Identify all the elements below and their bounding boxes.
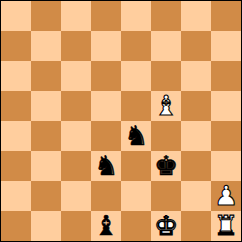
chess-board: ♝♞♞♚♟♝♚♜ (1, 1, 241, 241)
white-king-piece[interactable]: ♚ (154, 211, 178, 241)
square-d7[interactable] (91, 31, 121, 61)
square-a6[interactable] (1, 61, 31, 91)
chess-board-frame: ♝♞♞♚♟♝♚♜ (0, 0, 242, 242)
square-e8[interactable] (121, 1, 151, 31)
square-g3[interactable] (181, 151, 211, 181)
square-g8[interactable] (181, 1, 211, 31)
square-b5[interactable] (31, 91, 61, 121)
square-d6[interactable] (91, 61, 121, 91)
square-c1[interactable] (61, 211, 91, 241)
black-knight-piece[interactable]: ♞ (94, 151, 118, 181)
square-g2[interactable] (181, 181, 211, 211)
square-a5[interactable] (1, 91, 31, 121)
square-f1[interactable]: ♚ (151, 211, 181, 241)
square-h5[interactable] (211, 91, 241, 121)
black-king-piece[interactable]: ♚ (154, 151, 178, 181)
white-pawn-piece[interactable]: ♟ (214, 181, 238, 211)
square-b6[interactable] (31, 61, 61, 91)
square-e1[interactable] (121, 211, 151, 241)
square-d1[interactable]: ♝ (91, 211, 121, 241)
square-h6[interactable] (211, 61, 241, 91)
square-c7[interactable] (61, 31, 91, 61)
square-g4[interactable] (181, 121, 211, 151)
square-c8[interactable] (61, 1, 91, 31)
square-a1[interactable] (1, 211, 31, 241)
square-b2[interactable] (31, 181, 61, 211)
square-g7[interactable] (181, 31, 211, 61)
square-f2[interactable] (151, 181, 181, 211)
square-a2[interactable] (1, 181, 31, 211)
square-e4[interactable]: ♞ (121, 121, 151, 151)
square-a7[interactable] (1, 31, 31, 61)
square-b7[interactable] (31, 31, 61, 61)
square-d3[interactable]: ♞ (91, 151, 121, 181)
square-d4[interactable] (91, 121, 121, 151)
square-f7[interactable] (151, 31, 181, 61)
square-b8[interactable] (31, 1, 61, 31)
square-f4[interactable] (151, 121, 181, 151)
square-a4[interactable] (1, 121, 31, 151)
square-c6[interactable] (61, 61, 91, 91)
square-e3[interactable] (121, 151, 151, 181)
square-h2[interactable]: ♟ (211, 181, 241, 211)
square-g6[interactable] (181, 61, 211, 91)
square-h7[interactable] (211, 31, 241, 61)
square-f8[interactable] (151, 1, 181, 31)
white-rook-piece[interactable]: ♜ (214, 211, 238, 241)
black-bishop-piece[interactable]: ♝ (94, 211, 118, 241)
square-a8[interactable] (1, 1, 31, 31)
square-d5[interactable] (91, 91, 121, 121)
square-h1[interactable]: ♜ (211, 211, 241, 241)
square-h3[interactable] (211, 151, 241, 181)
square-f6[interactable] (151, 61, 181, 91)
square-d2[interactable] (91, 181, 121, 211)
square-b4[interactable] (31, 121, 61, 151)
square-f5[interactable]: ♝ (151, 91, 181, 121)
square-e6[interactable] (121, 61, 151, 91)
square-c2[interactable] (61, 181, 91, 211)
square-f3[interactable]: ♚ (151, 151, 181, 181)
square-c5[interactable] (61, 91, 91, 121)
square-h8[interactable] (211, 1, 241, 31)
square-h4[interactable] (211, 121, 241, 151)
square-d8[interactable] (91, 1, 121, 31)
white-bishop-piece[interactable]: ♝ (154, 91, 178, 121)
square-a3[interactable] (1, 151, 31, 181)
square-g5[interactable] (181, 91, 211, 121)
black-knight-piece[interactable]: ♞ (124, 121, 148, 151)
square-b3[interactable] (31, 151, 61, 181)
square-b1[interactable] (31, 211, 61, 241)
square-c3[interactable] (61, 151, 91, 181)
square-e5[interactable] (121, 91, 151, 121)
square-e2[interactable] (121, 181, 151, 211)
square-e7[interactable] (121, 31, 151, 61)
square-g1[interactable] (181, 211, 211, 241)
square-c4[interactable] (61, 121, 91, 151)
